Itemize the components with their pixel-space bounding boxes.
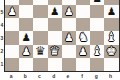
square-f2[interactable]: ♟ — [76, 45, 90, 58]
square-e4[interactable] — [62, 18, 76, 31]
piece-white-pawn-f2: ♟ — [76, 45, 90, 58]
square-a2[interactable] — [5, 45, 19, 58]
piece-white-bishop-h3: ♝ — [104, 31, 118, 44]
square-c3[interactable] — [33, 31, 47, 44]
piece-white-pawn-b2: ♟ — [19, 45, 33, 58]
piece-white-bishop-g2: ♝ — [90, 45, 104, 58]
square-d4[interactable] — [48, 18, 62, 31]
file-label-d: d — [47, 72, 61, 80]
square-d3[interactable] — [48, 31, 62, 44]
square-c4[interactable] — [33, 18, 47, 31]
piece-black-pawn-h5: ♟ — [104, 5, 118, 18]
square-f4[interactable] — [76, 18, 90, 31]
file-label-e: e — [61, 72, 75, 80]
file-label-b: b — [18, 72, 32, 80]
square-f1[interactable] — [76, 58, 90, 71]
square-c1[interactable] — [33, 58, 47, 71]
file-label-a: a — [4, 72, 18, 80]
square-e5[interactable]: ♟ — [62, 5, 76, 18]
square-a3[interactable] — [5, 31, 19, 44]
square-c5[interactable] — [33, 5, 47, 18]
square-g3[interactable] — [90, 31, 104, 44]
piece-white-king-h2: ♚ — [104, 45, 118, 58]
file-label-h: h — [103, 72, 117, 80]
square-e2[interactable] — [62, 45, 76, 58]
square-b3[interactable]: ♟ — [19, 31, 33, 44]
file-label-g: g — [89, 72, 103, 80]
chess-diagram: 654321 ♟♟♟♟♟♟♟♞♝♟♛♛♟♝♚ abcdefgh — [0, 0, 120, 80]
square-c2[interactable]: ♛ — [33, 45, 47, 58]
file-label-f: f — [75, 72, 89, 80]
square-b5[interactable] — [19, 5, 33, 18]
piece-white-queen-d2: ♛ — [48, 45, 62, 58]
piece-black-queen-c2: ♛ — [33, 45, 47, 58]
piece-white-knight-f3: ♞ — [76, 31, 90, 44]
square-d1[interactable] — [48, 58, 62, 71]
square-h4[interactable] — [104, 18, 118, 31]
square-h5[interactable]: ♟ — [104, 5, 118, 18]
square-h2[interactable]: ♚ — [104, 45, 118, 58]
square-a5[interactable]: ♟ — [5, 5, 19, 18]
piece-white-pawn-a5: ♟ — [5, 5, 19, 18]
file-labels: abcdefgh — [4, 72, 119, 80]
square-g4[interactable] — [90, 18, 104, 31]
piece-white-pawn-e3: ♟ — [62, 31, 76, 44]
square-b2[interactable]: ♟ — [19, 45, 33, 58]
square-d2[interactable]: ♛ — [48, 45, 62, 58]
square-h3[interactable]: ♝ — [104, 31, 118, 44]
square-d5[interactable]: ♟ — [48, 5, 62, 18]
square-e1[interactable] — [62, 58, 76, 71]
square-b4[interactable] — [19, 18, 33, 31]
square-a4[interactable] — [5, 18, 19, 31]
piece-white-pawn-e5: ♟ — [62, 5, 76, 18]
piece-black-pawn-d5: ♟ — [48, 5, 62, 18]
square-a1[interactable] — [5, 58, 19, 71]
square-f3[interactable]: ♞ — [76, 31, 90, 44]
square-h1[interactable] — [104, 58, 118, 71]
square-b1[interactable] — [19, 58, 33, 71]
file-label-c: c — [32, 72, 46, 80]
square-g2[interactable]: ♝ — [90, 45, 104, 58]
piece-black-pawn-b3: ♟ — [19, 31, 33, 44]
square-f5[interactable] — [76, 5, 90, 18]
square-g1[interactable] — [90, 58, 104, 71]
chess-board: ♟♟♟♟♟♟♟♞♝♟♛♛♟♝♚ — [4, 0, 120, 72]
square-e3[interactable]: ♟ — [62, 31, 76, 44]
square-g5[interactable] — [90, 5, 104, 18]
